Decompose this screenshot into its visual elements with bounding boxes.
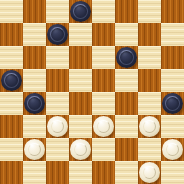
- dark-square[interactable]: [69, 0, 92, 23]
- dark-square[interactable]: [46, 161, 69, 184]
- black-man[interactable]: [24, 93, 45, 114]
- dark-square[interactable]: [161, 0, 184, 23]
- dark-square[interactable]: [138, 115, 161, 138]
- light-square[interactable]: [69, 161, 92, 184]
- checkers-board: [0, 0, 184, 184]
- dark-square[interactable]: [138, 69, 161, 92]
- black-man[interactable]: [47, 24, 68, 45]
- white-man[interactable]: [93, 116, 114, 137]
- dark-square[interactable]: [138, 161, 161, 184]
- light-square[interactable]: [92, 0, 115, 23]
- light-square[interactable]: [138, 0, 161, 23]
- dark-square[interactable]: [115, 92, 138, 115]
- light-square[interactable]: [46, 92, 69, 115]
- light-square[interactable]: [115, 23, 138, 46]
- dark-square[interactable]: [92, 23, 115, 46]
- black-man[interactable]: [162, 93, 183, 114]
- dark-square[interactable]: [0, 161, 23, 184]
- light-square[interactable]: [161, 161, 184, 184]
- dark-square[interactable]: [161, 92, 184, 115]
- dark-square[interactable]: [161, 138, 184, 161]
- black-man[interactable]: [116, 47, 137, 68]
- dark-square[interactable]: [138, 23, 161, 46]
- white-man[interactable]: [70, 139, 91, 160]
- light-square[interactable]: [92, 46, 115, 69]
- light-square[interactable]: [69, 23, 92, 46]
- light-square[interactable]: [92, 92, 115, 115]
- light-square[interactable]: [23, 161, 46, 184]
- light-square[interactable]: [23, 115, 46, 138]
- dark-square[interactable]: [115, 138, 138, 161]
- light-square[interactable]: [138, 46, 161, 69]
- light-square[interactable]: [161, 23, 184, 46]
- dark-square[interactable]: [69, 92, 92, 115]
- dark-square[interactable]: [0, 115, 23, 138]
- light-square[interactable]: [46, 46, 69, 69]
- light-square[interactable]: [115, 115, 138, 138]
- dark-square[interactable]: [46, 69, 69, 92]
- dark-square[interactable]: [46, 23, 69, 46]
- black-man[interactable]: [70, 1, 91, 22]
- dark-square[interactable]: [69, 138, 92, 161]
- light-square[interactable]: [92, 138, 115, 161]
- light-square[interactable]: [161, 69, 184, 92]
- light-square[interactable]: [46, 0, 69, 23]
- dark-square[interactable]: [23, 46, 46, 69]
- dark-square[interactable]: [0, 69, 23, 92]
- dark-square[interactable]: [46, 115, 69, 138]
- white-man[interactable]: [24, 139, 45, 160]
- dark-square[interactable]: [23, 0, 46, 23]
- light-square[interactable]: [115, 69, 138, 92]
- light-square[interactable]: [0, 46, 23, 69]
- light-square[interactable]: [23, 23, 46, 46]
- white-man[interactable]: [162, 139, 183, 160]
- light-square[interactable]: [0, 92, 23, 115]
- light-square[interactable]: [46, 138, 69, 161]
- dark-square[interactable]: [23, 92, 46, 115]
- light-square[interactable]: [69, 115, 92, 138]
- light-square[interactable]: [0, 0, 23, 23]
- light-square[interactable]: [69, 69, 92, 92]
- dark-square[interactable]: [161, 46, 184, 69]
- light-square[interactable]: [138, 92, 161, 115]
- light-square[interactable]: [0, 138, 23, 161]
- white-man[interactable]: [139, 116, 160, 137]
- black-man[interactable]: [1, 70, 22, 91]
- dark-square[interactable]: [23, 138, 46, 161]
- dark-square[interactable]: [69, 46, 92, 69]
- dark-square[interactable]: [92, 115, 115, 138]
- white-man[interactable]: [47, 116, 68, 137]
- dark-square[interactable]: [92, 161, 115, 184]
- dark-square[interactable]: [115, 46, 138, 69]
- white-man[interactable]: [139, 162, 160, 183]
- light-square[interactable]: [138, 138, 161, 161]
- light-square[interactable]: [115, 161, 138, 184]
- dark-square[interactable]: [115, 0, 138, 23]
- light-square[interactable]: [23, 69, 46, 92]
- dark-square[interactable]: [92, 69, 115, 92]
- light-square[interactable]: [161, 115, 184, 138]
- dark-square[interactable]: [0, 23, 23, 46]
